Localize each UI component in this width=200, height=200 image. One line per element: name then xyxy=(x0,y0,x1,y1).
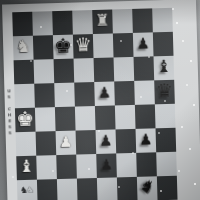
piece-white-king: ♚ xyxy=(16,109,34,129)
board-square-r5c1: ♚ xyxy=(15,108,36,133)
board-square-r4c2 xyxy=(34,83,55,108)
board-square-r3c4 xyxy=(74,58,95,83)
board-square-r5c7 xyxy=(135,104,156,129)
board-square-r2c8 xyxy=(153,32,174,57)
board-square-r6c3: ♟ xyxy=(56,131,77,156)
board-square-r2c3: ♚ xyxy=(53,35,74,60)
piece-black-pawn: ♟ xyxy=(139,132,153,147)
board-square-r4c3 xyxy=(54,83,75,108)
board-square-r7c8 xyxy=(156,152,177,177)
board-square-r3c7 xyxy=(134,56,155,81)
board-square-r3c2 xyxy=(34,59,55,84)
board-square-r6c2 xyxy=(36,131,57,156)
board-square-r1c4 xyxy=(72,10,93,35)
board-square-r7c5: ♟ xyxy=(96,153,117,178)
board-square-r1c7 xyxy=(132,8,153,33)
board-square-r3c3 xyxy=(54,59,75,84)
board-square-r8c4 xyxy=(77,178,98,200)
piece-white-knight: ♞ xyxy=(15,38,31,55)
board-square-r2c6 xyxy=(113,33,134,58)
board-square-r7c2 xyxy=(36,155,57,180)
board-square-r1c1 xyxy=(12,12,33,37)
board-square-r1c2 xyxy=(32,11,53,36)
chessboard-photo: US CHESS ♞♘ ♜♞♚♛♟♝♟♛♚♟♟♟♝♟♞ xyxy=(0,0,200,200)
piece-white-queen: ♛ xyxy=(74,35,92,54)
piece-black-knight: ♞ xyxy=(136,175,159,198)
board-square-r8c7: ♞ xyxy=(137,176,158,200)
board-square-r8c8 xyxy=(157,176,178,200)
piece-white-bishop: ♝ xyxy=(19,158,35,175)
piece-black-pawn: ♟ xyxy=(98,85,112,100)
board-square-r4c5: ♟ xyxy=(94,81,115,106)
board-square-r4c6 xyxy=(114,81,135,106)
board-square-r1c8 xyxy=(152,8,173,33)
board-square-r8c6 xyxy=(117,177,138,200)
board-square-r8c2 xyxy=(37,179,58,200)
board-square-r7c4 xyxy=(76,154,97,179)
board-square-r5c4 xyxy=(75,106,96,131)
board-square-r6c8 xyxy=(156,128,177,153)
board-square-r2c1: ♞ xyxy=(13,36,34,61)
board-square-r7c1: ♝ xyxy=(16,156,37,181)
board-square-r2c2 xyxy=(33,35,54,60)
board-square-r6c4 xyxy=(76,130,97,155)
board-square-r4c1 xyxy=(14,84,35,109)
piece-black-king: ♚ xyxy=(54,35,72,55)
board-square-r1c3 xyxy=(52,11,73,36)
board-square-r3c5 xyxy=(94,57,115,82)
board-square-r2c5 xyxy=(93,33,114,58)
us-chess-logo-icon: ♞♘ xyxy=(20,185,32,195)
board-square-r6c6 xyxy=(116,129,137,154)
board-square-r5c2 xyxy=(35,107,56,132)
piece-white-pawn: ♟ xyxy=(59,134,73,149)
piece-black-queen: ♛ xyxy=(156,81,174,100)
board-square-r8c3 xyxy=(57,179,78,200)
board-square-r6c5: ♟ xyxy=(96,129,117,154)
board-square-r2c4: ♛ xyxy=(73,34,94,59)
piece-white-rook: ♜ xyxy=(95,13,110,29)
piece-black-pawn: ♟ xyxy=(99,133,113,148)
board-square-r4c8: ♛ xyxy=(154,80,175,105)
board-square-r5c8 xyxy=(155,104,176,129)
board-square-r3c1 xyxy=(14,60,35,85)
us-chess-edge-text: US CHESS xyxy=(6,88,12,136)
board-square-r6c7: ♟ xyxy=(136,128,157,153)
board-square-r3c8: ♝ xyxy=(154,56,175,81)
piece-black-pawn: ♟ xyxy=(100,157,114,172)
board-square-r6c1 xyxy=(16,132,37,157)
piece-black-bishop: ♝ xyxy=(156,58,172,75)
board-square-r7c6 xyxy=(116,153,137,178)
board-square-r7c7 xyxy=(136,152,157,177)
board-square-r5c5 xyxy=(95,105,116,130)
board-square-r7c3 xyxy=(56,155,77,180)
board-square-r8c5 xyxy=(97,177,118,200)
board-square-r4c7 xyxy=(134,80,155,105)
board-square-r4c4 xyxy=(74,82,95,107)
board-square-r1c6 xyxy=(112,9,133,34)
piece-black-pawn: ♟ xyxy=(136,36,150,51)
board-square-r1c5: ♜ xyxy=(92,9,113,34)
chess-board: ♞♘ ♜♞♚♛♟♝♟♛♚♟♟♟♝♟♞ xyxy=(12,8,177,200)
board-square-r5c3 xyxy=(55,107,76,132)
board-square-r5c6 xyxy=(115,105,136,130)
board-frame: US CHESS ♞♘ ♜♞♚♛♟♝♟♛♚♟♟♟♝♟♞ xyxy=(2,0,200,200)
board-square-r3c6 xyxy=(114,57,135,82)
board-square-r2c7: ♟ xyxy=(133,32,154,57)
